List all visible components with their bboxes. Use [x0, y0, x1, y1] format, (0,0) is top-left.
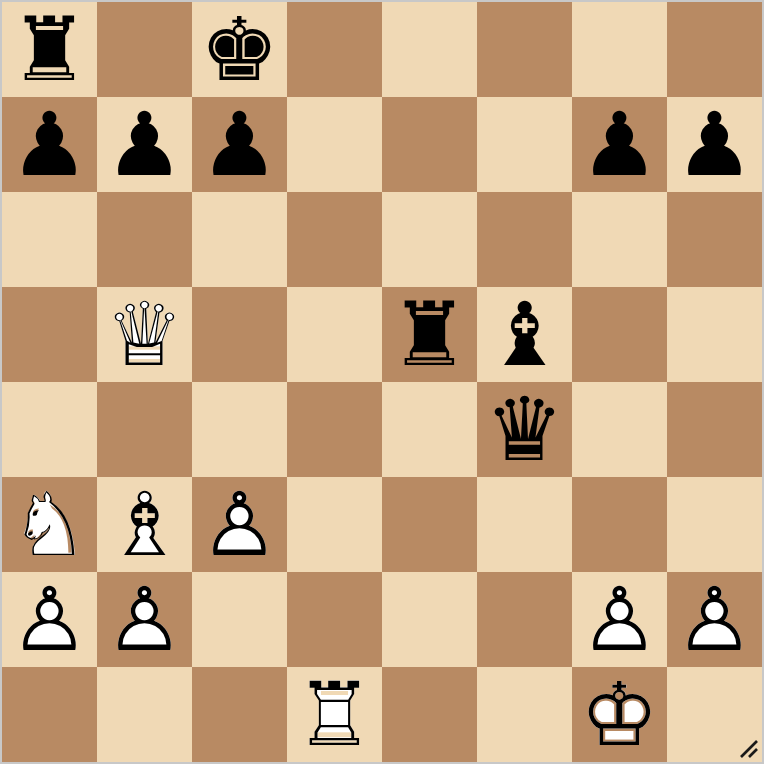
piece-black-pawn[interactable]: ♟ — [667, 97, 762, 192]
square-a7[interactable]: ♟ — [2, 97, 97, 192]
resize-grip-icon[interactable] — [737, 737, 759, 759]
piece-glyph-outline: ♗ — [97, 477, 192, 572]
square-g3[interactable] — [572, 477, 667, 572]
piece-glyph-fill: ♚ — [192, 2, 287, 97]
piece-black-rook[interactable]: ♜ — [382, 287, 477, 382]
square-a4[interactable] — [2, 382, 97, 477]
square-b3[interactable]: ♝♗ — [97, 477, 192, 572]
square-d1[interactable]: ♜♖ — [287, 667, 382, 762]
square-g6[interactable] — [572, 192, 667, 287]
square-h2[interactable]: ♟♙ — [667, 572, 762, 667]
square-e3[interactable] — [382, 477, 477, 572]
piece-black-bishop[interactable]: ♝ — [477, 287, 572, 382]
square-b7[interactable]: ♟ — [97, 97, 192, 192]
square-e6[interactable] — [382, 192, 477, 287]
square-c6[interactable] — [192, 192, 287, 287]
square-f4[interactable]: ♛ — [477, 382, 572, 477]
square-a5[interactable] — [2, 287, 97, 382]
square-f8[interactable] — [477, 2, 572, 97]
piece-white-knight[interactable]: ♞♘ — [2, 477, 97, 572]
square-c5[interactable] — [192, 287, 287, 382]
square-h4[interactable] — [667, 382, 762, 477]
piece-black-rook[interactable]: ♜ — [2, 2, 97, 97]
square-c4[interactable] — [192, 382, 287, 477]
piece-glyph-fill: ♜ — [2, 2, 97, 97]
square-e4[interactable] — [382, 382, 477, 477]
square-d2[interactable] — [287, 572, 382, 667]
square-f7[interactable] — [477, 97, 572, 192]
square-c8[interactable]: ♚ — [192, 2, 287, 97]
piece-glyph-outline: ♙ — [192, 477, 287, 572]
square-d8[interactable] — [287, 2, 382, 97]
piece-white-rook[interactable]: ♜♖ — [287, 667, 382, 762]
square-d6[interactable] — [287, 192, 382, 287]
piece-glyph-fill: ♟ — [192, 97, 287, 192]
square-h5[interactable] — [667, 287, 762, 382]
piece-glyph-fill: ♟ — [572, 97, 667, 192]
square-a2[interactable]: ♟♙ — [2, 572, 97, 667]
piece-glyph-fill: ♟ — [97, 97, 192, 192]
square-g8[interactable] — [572, 2, 667, 97]
piece-glyph-fill: ♝ — [477, 287, 572, 382]
square-b2[interactable]: ♟♙ — [97, 572, 192, 667]
square-e7[interactable] — [382, 97, 477, 192]
chess-board-frame: ♜♚♟♟♟♟♟♛♕♜♝♛♞♘♝♗♟♙♟♙♟♙♟♙♟♙♜♖♚♔ — [0, 0, 764, 764]
piece-white-bishop[interactable]: ♝♗ — [97, 477, 192, 572]
piece-black-king[interactable]: ♚ — [192, 2, 287, 97]
piece-glyph-outline: ♙ — [572, 572, 667, 667]
square-c1[interactable] — [192, 667, 287, 762]
piece-glyph-outline: ♔ — [572, 667, 667, 762]
square-f2[interactable] — [477, 572, 572, 667]
piece-white-pawn[interactable]: ♟♙ — [667, 572, 762, 667]
square-c2[interactable] — [192, 572, 287, 667]
piece-black-pawn[interactable]: ♟ — [192, 97, 287, 192]
square-d5[interactable] — [287, 287, 382, 382]
square-g1[interactable]: ♚♔ — [572, 667, 667, 762]
square-e5[interactable]: ♜ — [382, 287, 477, 382]
square-b8[interactable] — [97, 2, 192, 97]
square-a3[interactable]: ♞♘ — [2, 477, 97, 572]
piece-black-pawn[interactable]: ♟ — [572, 97, 667, 192]
piece-white-pawn[interactable]: ♟♙ — [2, 572, 97, 667]
square-g5[interactable] — [572, 287, 667, 382]
piece-white-pawn[interactable]: ♟♙ — [572, 572, 667, 667]
square-h7[interactable]: ♟ — [667, 97, 762, 192]
square-d4[interactable] — [287, 382, 382, 477]
piece-black-pawn[interactable]: ♟ — [97, 97, 192, 192]
square-f5[interactable]: ♝ — [477, 287, 572, 382]
piece-glyph-fill: ♛ — [477, 382, 572, 477]
square-b5[interactable]: ♛♕ — [97, 287, 192, 382]
square-a1[interactable] — [2, 667, 97, 762]
piece-white-queen[interactable]: ♛♕ — [97, 287, 192, 382]
square-e8[interactable] — [382, 2, 477, 97]
piece-glyph-fill: ♟ — [2, 97, 97, 192]
square-g4[interactable] — [572, 382, 667, 477]
piece-glyph-fill: ♜ — [382, 287, 477, 382]
square-c3[interactable]: ♟♙ — [192, 477, 287, 572]
square-g7[interactable]: ♟ — [572, 97, 667, 192]
piece-glyph-outline: ♘ — [2, 477, 97, 572]
piece-white-pawn[interactable]: ♟♙ — [97, 572, 192, 667]
square-f1[interactable] — [477, 667, 572, 762]
piece-black-pawn[interactable]: ♟ — [2, 97, 97, 192]
square-b1[interactable] — [97, 667, 192, 762]
square-b6[interactable] — [97, 192, 192, 287]
square-e1[interactable] — [382, 667, 477, 762]
square-e2[interactable] — [382, 572, 477, 667]
piece-glyph-outline: ♖ — [287, 667, 382, 762]
square-h8[interactable] — [667, 2, 762, 97]
piece-glyph-fill: ♟ — [667, 97, 762, 192]
square-g2[interactable]: ♟♙ — [572, 572, 667, 667]
piece-white-pawn[interactable]: ♟♙ — [192, 477, 287, 572]
square-a6[interactable] — [2, 192, 97, 287]
square-h3[interactable] — [667, 477, 762, 572]
square-d3[interactable] — [287, 477, 382, 572]
square-a8[interactable]: ♜ — [2, 2, 97, 97]
square-d7[interactable] — [287, 97, 382, 192]
piece-white-king[interactable]: ♚♔ — [572, 667, 667, 762]
square-c7[interactable]: ♟ — [192, 97, 287, 192]
piece-glyph-outline: ♙ — [97, 572, 192, 667]
piece-glyph-outline: ♕ — [97, 287, 192, 382]
chess-board: ♜♚♟♟♟♟♟♛♕♜♝♛♞♘♝♗♟♙♟♙♟♙♟♙♟♙♜♖♚♔ — [2, 2, 762, 762]
piece-glyph-outline: ♙ — [667, 572, 762, 667]
piece-glyph-outline: ♙ — [2, 572, 97, 667]
piece-black-queen[interactable]: ♛ — [477, 382, 572, 477]
square-f6[interactable] — [477, 192, 572, 287]
square-f3[interactable] — [477, 477, 572, 572]
square-b4[interactable] — [97, 382, 192, 477]
square-h6[interactable] — [667, 192, 762, 287]
